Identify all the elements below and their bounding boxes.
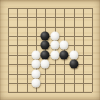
stone-black[interactable] [69, 60, 78, 69]
grid-line-horizontal [8, 92, 93, 93]
grid-line-vertical [92, 8, 93, 93]
stone-white[interactable] [50, 50, 59, 59]
stone-white[interactable] [31, 78, 40, 87]
grid-line-horizontal [8, 83, 93, 84]
stone-white[interactable] [60, 41, 69, 50]
stone-white[interactable] [69, 50, 78, 59]
grid-line-vertical [8, 8, 9, 93]
stone-white[interactable] [31, 60, 40, 69]
stone-black[interactable] [41, 41, 50, 50]
stone-white[interactable] [31, 69, 40, 78]
grid-line-horizontal [8, 64, 93, 65]
grid-line-vertical [17, 8, 18, 93]
grid-line-vertical [83, 8, 84, 93]
grid-line-horizontal [8, 74, 93, 75]
grid-line-horizontal [8, 27, 93, 28]
grid-line-vertical [27, 8, 28, 93]
grid-line-horizontal [8, 8, 93, 9]
stone-white[interactable] [50, 31, 59, 40]
go-app-window [0, 0, 100, 100]
stone-white[interactable] [41, 60, 50, 69]
grid-line-horizontal [8, 17, 93, 18]
stone-black[interactable] [41, 31, 50, 40]
stone-black[interactable] [41, 50, 50, 59]
stone-white[interactable] [50, 41, 59, 50]
stone-white[interactable] [31, 50, 40, 59]
go-board[interactable] [0, 0, 100, 100]
stone-black[interactable] [60, 50, 69, 59]
